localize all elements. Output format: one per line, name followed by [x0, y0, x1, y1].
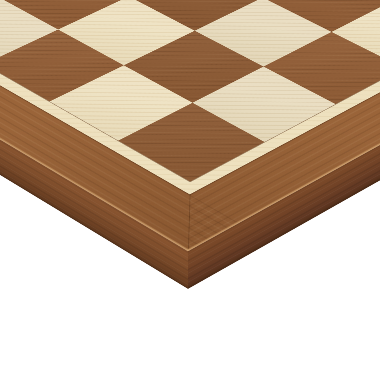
product-photo-canvas — [0, 0, 380, 380]
chessboard — [0, 0, 380, 251]
chessboard-scene — [0, 0, 380, 380]
